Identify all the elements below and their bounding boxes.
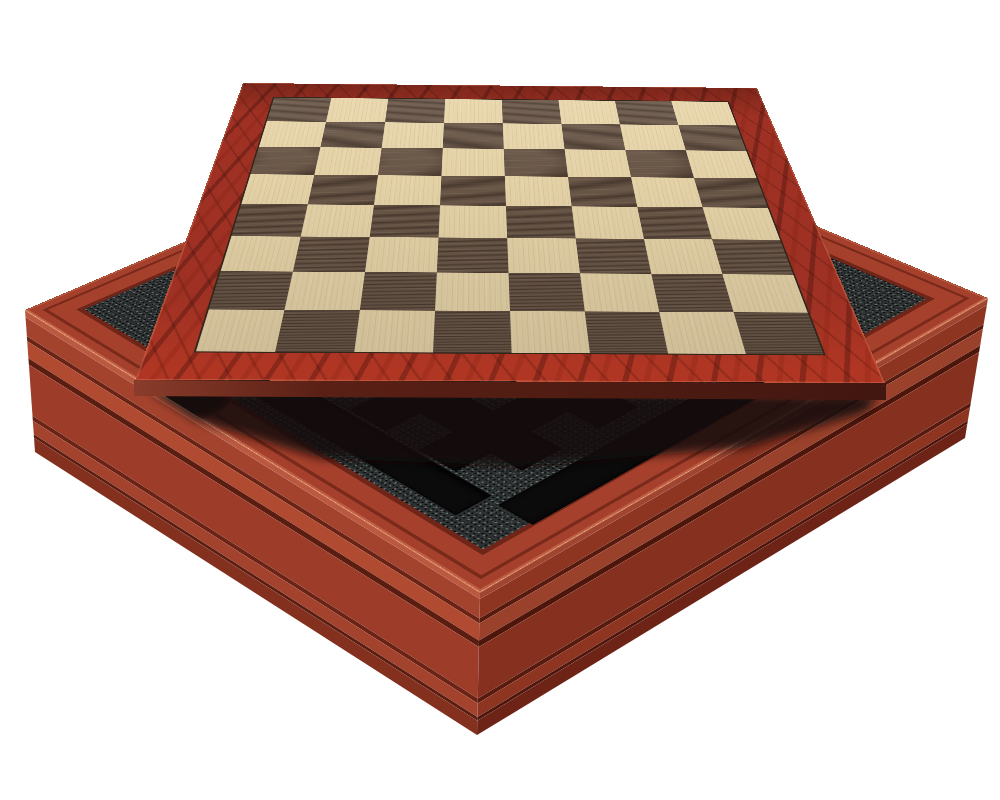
square-e6	[504, 149, 568, 177]
square-a7	[259, 121, 326, 147]
square-b8	[326, 98, 388, 122]
square-d4	[438, 205, 507, 238]
square-g7	[620, 124, 686, 150]
chessboard-grid	[196, 98, 824, 355]
square-g8	[615, 101, 678, 125]
square-d2	[435, 272, 510, 311]
square-e2	[509, 273, 585, 312]
chess-board	[135, 83, 885, 383]
square-g3	[644, 239, 722, 274]
square-a1	[196, 309, 285, 351]
square-g6	[625, 150, 694, 178]
square-h7	[678, 125, 746, 151]
square-e7	[503, 123, 565, 149]
square-e4	[506, 206, 576, 239]
square-h6	[686, 150, 757, 178]
square-f8	[558, 100, 619, 124]
square-e3	[507, 238, 580, 273]
square-c5	[374, 175, 441, 205]
square-h4	[703, 207, 780, 240]
square-a3	[221, 236, 301, 271]
square-h3	[712, 239, 793, 274]
square-g2	[651, 274, 733, 312]
square-g5	[631, 177, 703, 207]
square-a2	[209, 271, 293, 310]
square-c2	[360, 272, 437, 311]
square-g1	[659, 312, 746, 354]
square-h1	[734, 312, 824, 354]
square-f7	[561, 124, 625, 150]
product-photo-scene	[0, 0, 1000, 800]
square-f6	[565, 149, 631, 177]
square-b2	[284, 272, 365, 311]
square-a6	[250, 147, 320, 175]
square-b4	[301, 204, 374, 237]
square-c8	[385, 99, 445, 123]
square-a4	[231, 204, 307, 237]
square-b3	[293, 237, 370, 272]
square-f1	[585, 311, 668, 353]
square-f3	[576, 238, 652, 273]
square-d5	[440, 176, 506, 206]
square-a5	[241, 174, 314, 204]
square-b7	[320, 122, 385, 148]
square-d8	[444, 99, 503, 123]
square-f5	[568, 177, 637, 207]
square-e8	[502, 100, 562, 124]
square-b6	[314, 147, 381, 175]
square-c4	[370, 205, 440, 238]
square-d7	[443, 123, 504, 149]
square-f4	[572, 206, 644, 239]
square-f2	[580, 273, 659, 311]
square-e1	[510, 311, 590, 353]
square-h8	[671, 101, 736, 125]
square-h5	[694, 178, 768, 208]
square-c6	[378, 148, 443, 176]
square-d3	[437, 238, 509, 273]
square-h2	[722, 274, 807, 312]
square-e5	[505, 176, 572, 206]
square-d6	[441, 148, 504, 176]
square-b1	[275, 310, 360, 352]
square-c3	[365, 237, 439, 272]
square-d1	[433, 311, 512, 353]
square-c1	[354, 310, 435, 352]
square-a8	[267, 98, 331, 122]
square-b5	[308, 175, 378, 205]
square-g4	[637, 207, 712, 240]
square-c7	[382, 122, 444, 148]
